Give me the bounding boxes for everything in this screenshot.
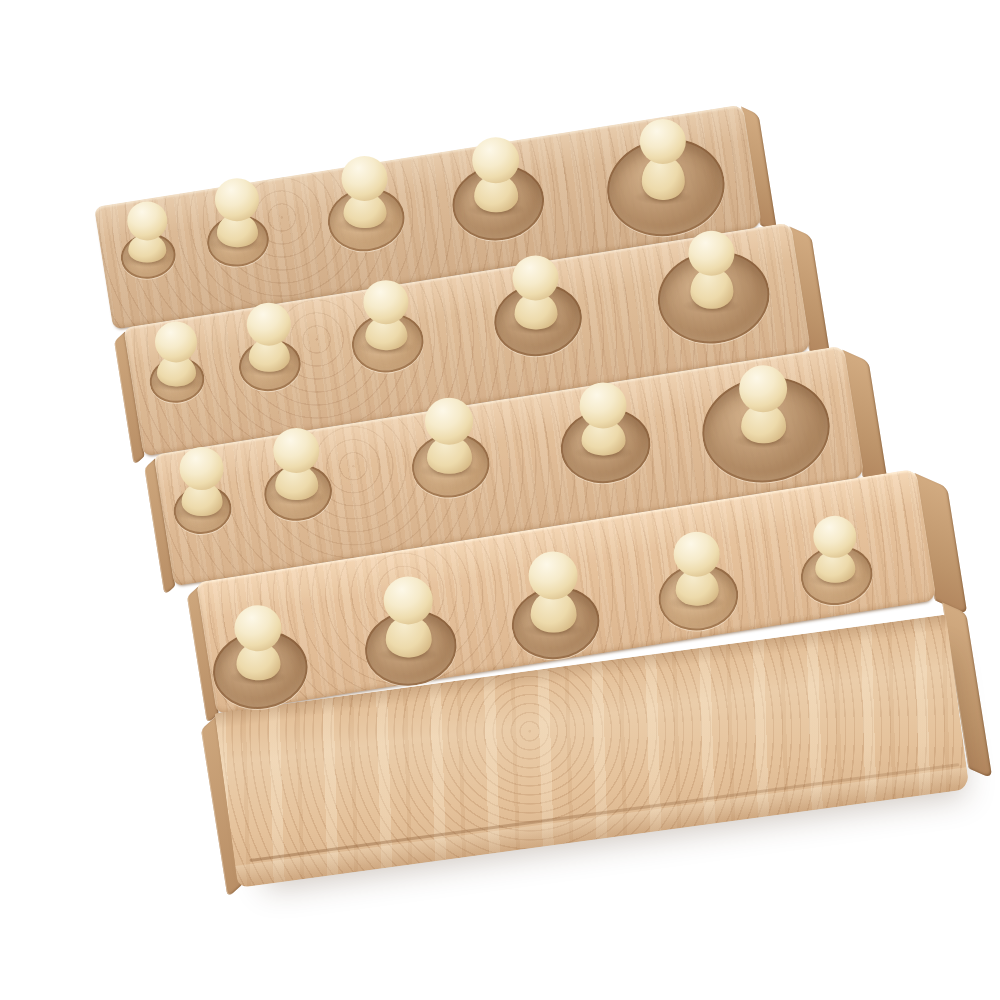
knob-ball [813, 516, 856, 558]
cylinder-r1c3[interactable] [341, 156, 387, 228]
knob-ball [425, 398, 473, 445]
knob-ball [273, 428, 319, 473]
cylinder-block-set [88, 77, 1000, 989]
knob-ball [688, 231, 734, 276]
cylinder-r1c1[interactable] [127, 201, 167, 262]
cylinder-r3c3[interactable] [425, 398, 473, 474]
cylinder-r3c2[interactable] [273, 428, 319, 500]
cylinder-r1c2[interactable] [215, 178, 259, 247]
knob-ball [215, 178, 259, 221]
knob-ball [364, 280, 409, 324]
cylinder-r1c5[interactable] [640, 119, 686, 200]
knob-ball [640, 119, 686, 164]
knob-ball [674, 532, 720, 577]
knob-ball [127, 201, 167, 240]
cylinder-r2c1[interactable] [155, 321, 197, 386]
cylinder-r4c1[interactable] [235, 605, 282, 680]
cylinder-r1c4[interactable] [473, 137, 520, 212]
photo-stage [0, 0, 1000, 1000]
knob-ball [235, 605, 282, 651]
knob-ball [529, 551, 578, 599]
cylinder-r2c5[interactable] [688, 231, 734, 309]
knob-ball [739, 365, 787, 412]
cylinder-r2c2[interactable] [246, 303, 290, 372]
cylinder-r4c2[interactable] [384, 577, 433, 658]
cylinder-r3c4[interactable] [580, 382, 627, 455]
cylinder-r2c3[interactable] [364, 280, 409, 350]
knob-ball [580, 382, 627, 428]
cylinder-r3c5[interactable] [739, 365, 787, 443]
cylinder-r4c5[interactable] [813, 516, 856, 583]
knob-ball [513, 255, 559, 300]
cylinder-r2c4[interactable] [513, 255, 559, 329]
knob-ball [473, 137, 520, 183]
knob-ball [155, 321, 197, 362]
knob-ball [341, 156, 387, 201]
cylinder-r4c3[interactable] [529, 551, 578, 632]
knob-ball [384, 577, 433, 625]
cylinder-r3c1[interactable] [179, 447, 223, 516]
knob-ball [246, 303, 290, 346]
knob-ball [179, 447, 223, 490]
cylinder-r4c4[interactable] [674, 532, 720, 606]
